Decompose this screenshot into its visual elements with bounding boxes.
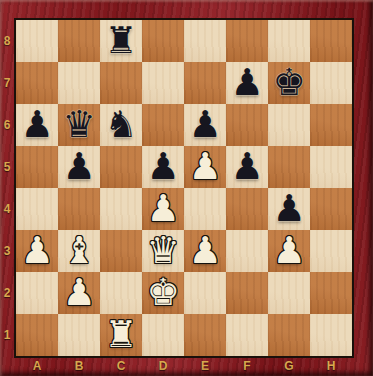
square-f3[interactable] [226,230,268,272]
square-c5[interactable] [100,146,142,188]
piece-white-rook[interactable]: ♜ [100,314,142,356]
rank-label-8: 8 [0,20,14,62]
square-f4[interactable] [226,188,268,230]
square-f8[interactable] [226,20,268,62]
square-b3[interactable]: ♝ [58,230,100,272]
square-c6[interactable]: ♞ [100,104,142,146]
piece-black-rook[interactable]: ♜ [100,20,142,62]
square-d7[interactable] [142,62,184,104]
square-c4[interactable] [100,188,142,230]
rank-label-6: 6 [0,104,14,146]
square-a7[interactable] [16,62,58,104]
square-b6[interactable]: ♛ [58,104,100,146]
file-label-f: F [226,358,268,376]
square-g3[interactable]: ♟ [268,230,310,272]
square-d1[interactable] [142,314,184,356]
square-g4[interactable]: ♟ [268,188,310,230]
square-e7[interactable] [184,62,226,104]
file-label-c: C [100,358,142,376]
rank-label-7: 7 [0,62,14,104]
square-g6[interactable] [268,104,310,146]
square-e5[interactable]: ♟ [184,146,226,188]
file-label-e: E [184,358,226,376]
file-label-a: A [16,358,58,376]
square-e6[interactable]: ♟ [184,104,226,146]
square-g7[interactable]: ♚ [268,62,310,104]
piece-white-queen[interactable]: ♛ [142,230,184,272]
piece-white-bishop[interactable]: ♝ [58,230,100,272]
square-a6[interactable]: ♟ [16,104,58,146]
square-g2[interactable] [268,272,310,314]
square-a2[interactable] [16,272,58,314]
piece-white-pawn[interactable]: ♟ [268,230,310,272]
file-label-b: B [58,358,100,376]
square-a8[interactable] [16,20,58,62]
rank-label-2: 2 [0,272,14,314]
piece-black-king[interactable]: ♚ [268,62,310,104]
square-a1[interactable] [16,314,58,356]
square-h2[interactable] [310,272,352,314]
square-c2[interactable] [100,272,142,314]
square-a5[interactable] [16,146,58,188]
square-b7[interactable] [58,62,100,104]
square-b5[interactable]: ♟ [58,146,100,188]
piece-white-king[interactable]: ♚ [142,272,184,314]
square-f5[interactable]: ♟ [226,146,268,188]
piece-white-pawn[interactable]: ♟ [184,230,226,272]
square-c8[interactable]: ♜ [100,20,142,62]
square-d4[interactable]: ♟ [142,188,184,230]
square-b4[interactable] [58,188,100,230]
square-g8[interactable] [268,20,310,62]
piece-white-pawn[interactable]: ♟ [16,230,58,272]
square-b1[interactable] [58,314,100,356]
square-h4[interactable] [310,188,352,230]
square-f6[interactable] [226,104,268,146]
square-g5[interactable] [268,146,310,188]
square-d8[interactable] [142,20,184,62]
square-c3[interactable] [100,230,142,272]
square-a4[interactable] [16,188,58,230]
square-c1[interactable]: ♜ [100,314,142,356]
square-h6[interactable] [310,104,352,146]
square-d6[interactable] [142,104,184,146]
square-d3[interactable]: ♛ [142,230,184,272]
square-e2[interactable] [184,272,226,314]
piece-white-pawn[interactable]: ♟ [58,272,100,314]
square-f1[interactable] [226,314,268,356]
piece-black-pawn[interactable]: ♟ [142,146,184,188]
piece-white-pawn[interactable]: ♟ [142,188,184,230]
rank-label-4: 4 [0,188,14,230]
chessboard-window: ♜♟♚♟♛♞♟♟♟♟♟♟♟♟♝♛♟♟♟♚♜ 87654321 ABCDEFGH [0,0,373,376]
square-e8[interactable] [184,20,226,62]
rank-label-5: 5 [0,146,14,188]
file-label-g: G [268,358,310,376]
file-label-h: H [310,358,352,376]
square-f7[interactable]: ♟ [226,62,268,104]
board-frame: ♜♟♚♟♛♞♟♟♟♟♟♟♟♟♝♛♟♟♟♚♜ [14,18,354,358]
piece-black-knight[interactable]: ♞ [100,104,142,146]
piece-black-pawn[interactable]: ♟ [58,146,100,188]
rank-label-3: 3 [0,230,14,272]
piece-white-pawn[interactable]: ♟ [184,146,226,188]
rank-label-1: 1 [0,314,14,356]
square-f2[interactable] [226,272,268,314]
square-h5[interactable] [310,146,352,188]
square-h3[interactable] [310,230,352,272]
square-g1[interactable] [268,314,310,356]
square-h1[interactable] [310,314,352,356]
piece-black-pawn[interactable]: ♟ [268,188,310,230]
square-e4[interactable] [184,188,226,230]
square-b2[interactable]: ♟ [58,272,100,314]
square-a3[interactable]: ♟ [16,230,58,272]
square-h8[interactable] [310,20,352,62]
square-d5[interactable]: ♟ [142,146,184,188]
square-d2[interactable]: ♚ [142,272,184,314]
chess-board: ♜♟♚♟♛♞♟♟♟♟♟♟♟♟♝♛♟♟♟♚♜ [16,20,352,356]
piece-black-pawn[interactable]: ♟ [16,104,58,146]
piece-black-pawn[interactable]: ♟ [184,104,226,146]
piece-black-pawn[interactable]: ♟ [226,62,268,104]
square-e3[interactable]: ♟ [184,230,226,272]
piece-black-queen[interactable]: ♛ [58,104,100,146]
square-e1[interactable] [184,314,226,356]
square-c7[interactable] [100,62,142,104]
file-label-d: D [142,358,184,376]
square-h7[interactable] [310,62,352,104]
piece-black-pawn[interactable]: ♟ [226,146,268,188]
square-b8[interactable] [58,20,100,62]
